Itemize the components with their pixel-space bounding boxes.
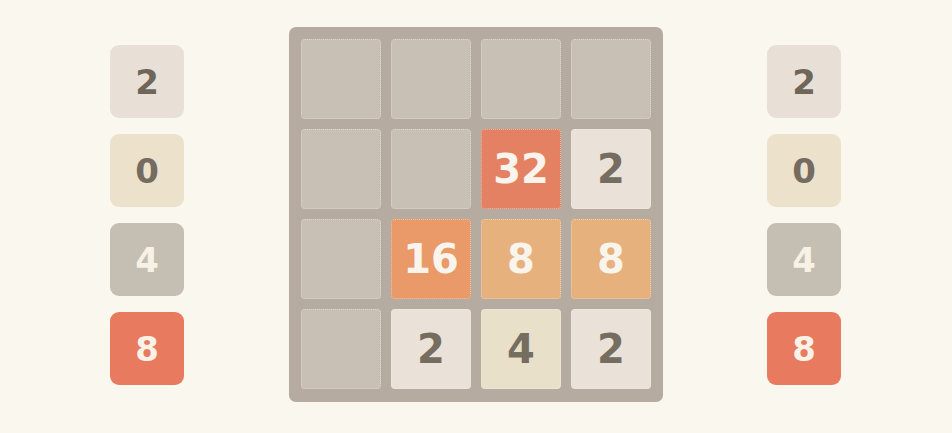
empty-cell-r3c1 — [301, 219, 381, 299]
left-indicator-tile-2: 2 — [110, 45, 184, 118]
left-indicator-tile-0: 0 — [110, 134, 184, 207]
empty-cell-r1c2 — [391, 39, 471, 119]
board-grid[interactable]: 3221688242 — [289, 27, 663, 402]
tile-4-r4c3: 4 — [481, 309, 561, 389]
tile-8-r3c3: 8 — [481, 219, 561, 299]
left-indicator-tile-8: 8 — [110, 312, 184, 385]
tile-2-r4c4: 2 — [571, 309, 651, 389]
right-indicator-tile-0: 0 — [767, 134, 841, 207]
tile-2-r2c4: 2 — [571, 129, 651, 209]
empty-cell-r1c1 — [301, 39, 381, 119]
right-indicator-tile-4: 4 — [767, 223, 841, 296]
right-indicator-tile-8: 8 — [767, 312, 841, 385]
tile-16-r3c2: 16 — [391, 219, 471, 299]
tile-8-r3c4: 8 — [571, 219, 651, 299]
empty-cell-r2c2 — [391, 129, 471, 209]
empty-cell-r2c1 — [301, 129, 381, 209]
right-indicator-tile-2: 2 — [767, 45, 841, 118]
left-indicator-tile-4: 4 — [110, 223, 184, 296]
empty-cell-r1c4 — [571, 39, 651, 119]
left-panel: 2048 — [110, 45, 184, 385]
right-panel: 2048 — [767, 45, 841, 385]
tile-2-r4c2: 2 — [391, 309, 471, 389]
empty-cell-r4c1 — [301, 309, 381, 389]
page: 2048 3221688242 2048 — [0, 0, 952, 433]
tile-32-r2c3: 32 — [481, 129, 561, 209]
empty-cell-r1c3 — [481, 39, 561, 119]
